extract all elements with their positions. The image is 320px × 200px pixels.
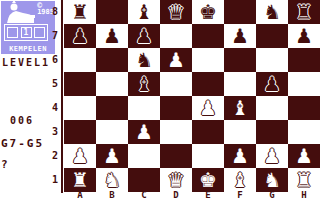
rank-label-8: 8: [46, 0, 60, 24]
piece-white-pawn: ♟: [103, 144, 121, 168]
piece-black-pawn: ♟: [263, 72, 281, 96]
square-g2[interactable]: ♟: [256, 144, 288, 168]
rank-label-1: 1: [46, 168, 60, 192]
square-b1[interactable]: ♞: [96, 168, 128, 192]
square-a6[interactable]: [64, 48, 96, 72]
square-d5[interactable]: [160, 72, 192, 96]
square-f2[interactable]: ♟: [224, 144, 256, 168]
square-e5[interactable]: [192, 72, 224, 96]
cabinet-icon: 1: [4, 24, 48, 41]
rank-label-3: 3: [46, 120, 60, 144]
piece-white-bishop: ♝: [231, 96, 249, 120]
square-f5[interactable]: [224, 72, 256, 96]
piece-black-pawn: ♟: [295, 24, 313, 48]
file-label-a: A: [64, 191, 96, 200]
square-f7[interactable]: ♟: [224, 24, 256, 48]
square-g5[interactable]: ♟: [256, 72, 288, 96]
piece-white-pawn: ♟: [263, 144, 281, 168]
square-e8[interactable]: ♚: [192, 0, 224, 24]
square-d8[interactable]: ♛: [160, 0, 192, 24]
square-h1[interactable]: ♜: [288, 168, 320, 192]
move-counter: 006: [10, 115, 34, 126]
square-e3[interactable]: [192, 120, 224, 144]
file-labels: ABCDEFGH: [64, 191, 320, 200]
square-c2[interactable]: [128, 144, 160, 168]
piece-black-bishop: ♝: [135, 72, 153, 96]
move-input-prompt[interactable]: ?: [1, 158, 8, 171]
piece-black-pawn: ♟: [231, 24, 249, 48]
file-label-f: F: [224, 191, 256, 200]
square-g6[interactable]: [256, 48, 288, 72]
square-e4[interactable]: ♟: [192, 96, 224, 120]
piece-white-king: ♚: [199, 168, 217, 192]
piece-white-pawn: ♟: [135, 120, 153, 144]
square-d2[interactable]: [160, 144, 192, 168]
piece-white-bishop: ♝: [231, 168, 249, 192]
chess-board: ♜♝♛♚♞♜♟♟♟♟♟♞♟♝♟♟♝♟♟♟♟♟♟♜♞♛♚♝♞♜: [64, 0, 320, 192]
square-b3[interactable]: [96, 120, 128, 144]
piece-black-rook: ♜: [295, 0, 313, 24]
piece-white-knight: ♞: [263, 168, 281, 192]
square-g8[interactable]: ♞: [256, 0, 288, 24]
square-b4[interactable]: [96, 96, 128, 120]
square-d6[interactable]: ♟: [160, 48, 192, 72]
piece-white-pawn: ♟: [295, 144, 313, 168]
square-h4[interactable]: [288, 96, 320, 120]
square-h3[interactable]: [288, 120, 320, 144]
level-indicator: LEVEL1: [2, 57, 50, 68]
rank-labels: 87654321: [46, 0, 60, 192]
square-c3[interactable]: ♟: [128, 120, 160, 144]
square-c1[interactable]: [128, 168, 160, 192]
square-f8[interactable]: [224, 0, 256, 24]
square-a8[interactable]: ♜: [64, 0, 96, 24]
square-e6[interactable]: [192, 48, 224, 72]
square-h8[interactable]: ♜: [288, 0, 320, 24]
piece-white-pawn: ♟: [71, 144, 89, 168]
rank-label-6: 6: [46, 48, 60, 72]
piece-white-pawn: ♟: [231, 144, 249, 168]
square-g7[interactable]: [256, 24, 288, 48]
square-b7[interactable]: ♟: [96, 24, 128, 48]
square-g1[interactable]: ♞: [256, 168, 288, 192]
square-a3[interactable]: [64, 120, 96, 144]
file-label-d: D: [160, 191, 192, 200]
piece-black-knight: ♞: [135, 48, 153, 72]
square-a4[interactable]: [64, 96, 96, 120]
piece-white-pawn: ♟: [167, 48, 185, 72]
piece-black-rook: ♜: [71, 0, 89, 24]
square-c5[interactable]: ♝: [128, 72, 160, 96]
file-label-h: H: [288, 191, 320, 200]
square-a2[interactable]: ♟: [64, 144, 96, 168]
rank-label-7: 7: [46, 24, 60, 48]
piece-black-pawn: ♟: [71, 24, 89, 48]
square-d3[interactable]: [160, 120, 192, 144]
square-f3[interactable]: [224, 120, 256, 144]
piece-black-king: ♚: [199, 0, 217, 24]
piece-white-rook: ♜: [71, 168, 89, 192]
square-e2[interactable]: [192, 144, 224, 168]
cabinet-panel-left: [7, 27, 18, 38]
square-f4[interactable]: ♝: [224, 96, 256, 120]
square-h5[interactable]: [288, 72, 320, 96]
piece-black-pawn: ♟: [135, 24, 153, 48]
square-d4[interactable]: [160, 96, 192, 120]
square-c8[interactable]: ♝: [128, 0, 160, 24]
square-h2[interactable]: ♟: [288, 144, 320, 168]
piece-black-pawn: ♟: [103, 24, 121, 48]
file-label-e: E: [192, 191, 224, 200]
square-c7[interactable]: ♟: [128, 24, 160, 48]
square-d7[interactable]: [160, 24, 192, 48]
square-h6[interactable]: [288, 48, 320, 72]
square-c6[interactable]: ♞: [128, 48, 160, 72]
square-f6[interactable]: [224, 48, 256, 72]
square-g4[interactable]: [256, 96, 288, 120]
rank-label-5: 5: [46, 72, 60, 96]
square-b6[interactable]: [96, 48, 128, 72]
piece-black-bishop: ♝: [135, 0, 153, 24]
square-a5[interactable]: [64, 72, 96, 96]
square-f1[interactable]: ♝: [224, 168, 256, 192]
rank-label-4: 4: [46, 96, 60, 120]
square-a1[interactable]: ♜: [64, 168, 96, 192]
piece-white-pawn: ♟: [199, 96, 217, 120]
piece-black-queen: ♛: [167, 0, 185, 24]
board-divider-line: [61, 0, 63, 193]
piece-white-queen: ♛: [167, 168, 185, 192]
square-c4[interactable]: [128, 96, 160, 120]
piece-white-rook: ♜: [295, 168, 313, 192]
square-b8[interactable]: [96, 0, 128, 24]
last-move-display: G7-G5: [1, 137, 44, 150]
cabinet-panel-center: 1: [21, 27, 32, 38]
square-d1[interactable]: ♛: [160, 168, 192, 192]
square-b2[interactable]: ♟: [96, 144, 128, 168]
rank-label-2: 2: [46, 144, 60, 168]
square-b5[interactable]: [96, 72, 128, 96]
square-a7[interactable]: ♟: [64, 24, 96, 48]
square-e7[interactable]: [192, 24, 224, 48]
game-window: © 1985 1 KEMPELEN LEVEL1 006 G7-G5 ? 876…: [0, 0, 320, 200]
file-label-g: G: [256, 191, 288, 200]
piece-white-knight: ♞: [103, 168, 121, 192]
file-label-b: B: [96, 191, 128, 200]
square-h7[interactable]: ♟: [288, 24, 320, 48]
square-g3[interactable]: [256, 120, 288, 144]
piece-black-knight: ♞: [263, 0, 281, 24]
file-label-c: C: [128, 191, 160, 200]
cabinet-panel-right: [34, 27, 45, 38]
square-e1[interactable]: ♚: [192, 168, 224, 192]
